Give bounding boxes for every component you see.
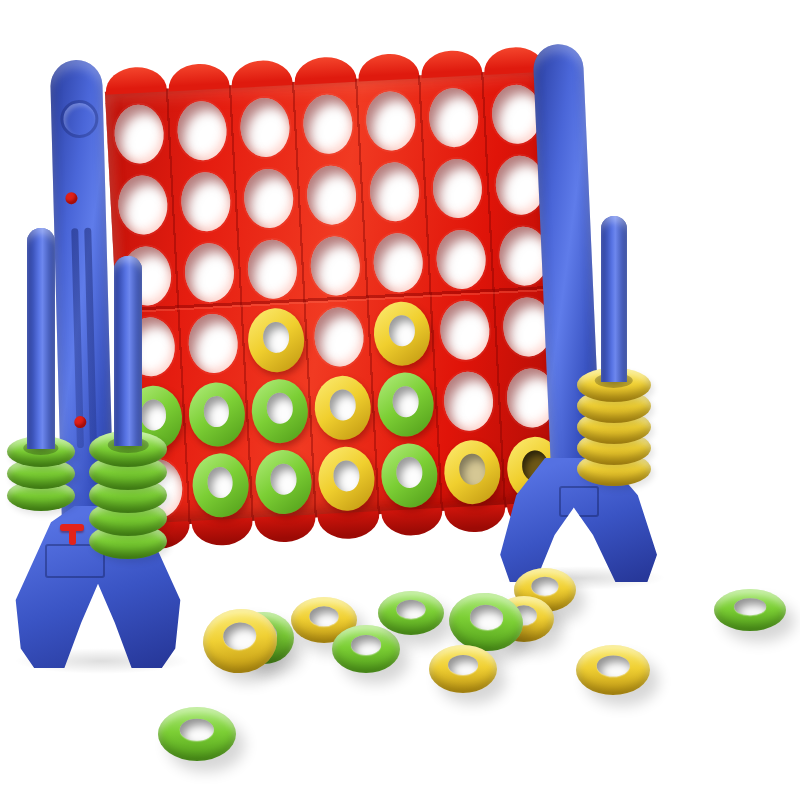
ring-green bbox=[380, 442, 439, 509]
red-latch bbox=[60, 524, 84, 531]
hole bbox=[246, 238, 298, 299]
left-front-post-above-rings bbox=[114, 256, 142, 446]
scallop-bump bbox=[105, 66, 167, 95]
scallop-bump bbox=[192, 518, 254, 547]
board-cell-r5c6 bbox=[435, 364, 502, 438]
board-cell-r6c5 bbox=[376, 438, 443, 512]
board-cell-r2c5 bbox=[361, 154, 428, 228]
hole bbox=[179, 171, 231, 232]
board-cell-r2c6 bbox=[424, 151, 491, 225]
board-cell-r3c2 bbox=[176, 235, 243, 309]
board-cell-r4c3 bbox=[243, 303, 310, 377]
upright-groove bbox=[71, 228, 84, 448]
board-cell-r4c6 bbox=[432, 293, 499, 367]
hole bbox=[369, 161, 421, 222]
hole-grid bbox=[105, 77, 569, 526]
hole bbox=[239, 96, 291, 157]
right-post-above-rings bbox=[601, 216, 627, 382]
loose-ring-green bbox=[158, 707, 236, 761]
upright-groove bbox=[84, 228, 97, 448]
scallop-bump bbox=[255, 514, 317, 543]
board-cell-r3c6 bbox=[428, 222, 495, 296]
board-cell-r1c4 bbox=[294, 87, 361, 161]
board-cell-r1c5 bbox=[358, 83, 425, 157]
hole bbox=[443, 370, 495, 431]
board-cell-r6c4 bbox=[313, 441, 380, 515]
connect-four-board bbox=[105, 69, 569, 528]
ring-yellow bbox=[313, 374, 372, 441]
hole bbox=[313, 306, 365, 367]
scallop-bump bbox=[357, 52, 419, 81]
board-cell-r2c2 bbox=[172, 164, 239, 238]
left-rear-post-above-rings bbox=[27, 228, 55, 449]
hole bbox=[432, 157, 484, 218]
hole bbox=[176, 100, 228, 161]
hole bbox=[302, 93, 354, 154]
board-cell-r5c4 bbox=[309, 370, 376, 444]
ring-yellow bbox=[443, 438, 502, 505]
loose-ring-green bbox=[332, 625, 400, 673]
ring-hole bbox=[469, 604, 504, 631]
board-cell-r6c6 bbox=[439, 435, 506, 509]
foot-recess bbox=[559, 486, 599, 517]
ring-hole bbox=[351, 635, 381, 655]
ring-green bbox=[187, 381, 246, 448]
board-cell-r1c6 bbox=[421, 80, 488, 154]
ring-green bbox=[376, 371, 435, 438]
board-cell-r5c3 bbox=[246, 374, 313, 448]
ring-green bbox=[250, 377, 309, 444]
loose-ring-yellow bbox=[576, 645, 650, 695]
scallop-bump bbox=[231, 59, 293, 88]
hole bbox=[309, 235, 361, 296]
scallop-bump bbox=[444, 504, 506, 533]
hole bbox=[306, 164, 358, 225]
board-cell-r6c2 bbox=[187, 448, 254, 522]
loose-ring-green bbox=[378, 591, 444, 635]
ring-yellow bbox=[246, 306, 305, 373]
ring-hole bbox=[597, 656, 630, 677]
ring-hole bbox=[734, 598, 766, 616]
hole bbox=[243, 167, 295, 228]
scallop-bump bbox=[420, 49, 482, 78]
hole bbox=[116, 174, 168, 235]
hole bbox=[428, 86, 480, 147]
hole bbox=[435, 228, 487, 289]
red-peg bbox=[74, 416, 86, 428]
board-cell-r1c3 bbox=[231, 90, 298, 164]
board-cell-r3c3 bbox=[239, 232, 306, 306]
scallop-bump bbox=[168, 62, 230, 91]
ring-hole bbox=[222, 621, 257, 651]
hole bbox=[183, 241, 235, 302]
scallop-bump bbox=[294, 56, 356, 85]
board-cell-r4c5 bbox=[369, 296, 436, 370]
board-cell-r4c4 bbox=[306, 299, 373, 373]
board-cell-r1c1 bbox=[105, 97, 172, 171]
hole bbox=[372, 231, 424, 292]
hole bbox=[365, 90, 417, 151]
board-cell-r1c2 bbox=[168, 93, 235, 167]
board-cell-r2c4 bbox=[298, 158, 365, 232]
hole bbox=[113, 103, 165, 164]
ring-green bbox=[254, 448, 313, 515]
ring-hole bbox=[180, 718, 214, 741]
board-cell-r3c5 bbox=[365, 225, 432, 299]
ring-yellow bbox=[317, 445, 376, 512]
loose-ring-yellow bbox=[429, 645, 497, 693]
red-peg bbox=[65, 192, 77, 204]
board-cell-r2c3 bbox=[235, 161, 302, 235]
ring-green bbox=[191, 451, 250, 518]
board-cell-r6c3 bbox=[250, 444, 317, 518]
scene bbox=[0, 0, 800, 800]
board-cell-r2c1 bbox=[109, 167, 176, 241]
ring-hole bbox=[396, 600, 425, 618]
hole bbox=[187, 312, 239, 373]
ring-hole bbox=[448, 655, 478, 675]
board-cell-r5c2 bbox=[183, 377, 250, 451]
ring-yellow bbox=[372, 300, 431, 367]
board-cell-r5c5 bbox=[372, 367, 439, 441]
board-cell-r4c2 bbox=[180, 306, 247, 380]
upright-emboss-circle bbox=[60, 100, 99, 139]
ring-hole bbox=[309, 607, 338, 626]
scallop-bump bbox=[381, 508, 443, 537]
hole bbox=[439, 299, 491, 360]
scallop-bump bbox=[318, 511, 380, 540]
ring-hole bbox=[531, 577, 558, 595]
board-cell-r3c4 bbox=[302, 228, 369, 302]
loose-ring-green bbox=[714, 589, 786, 631]
